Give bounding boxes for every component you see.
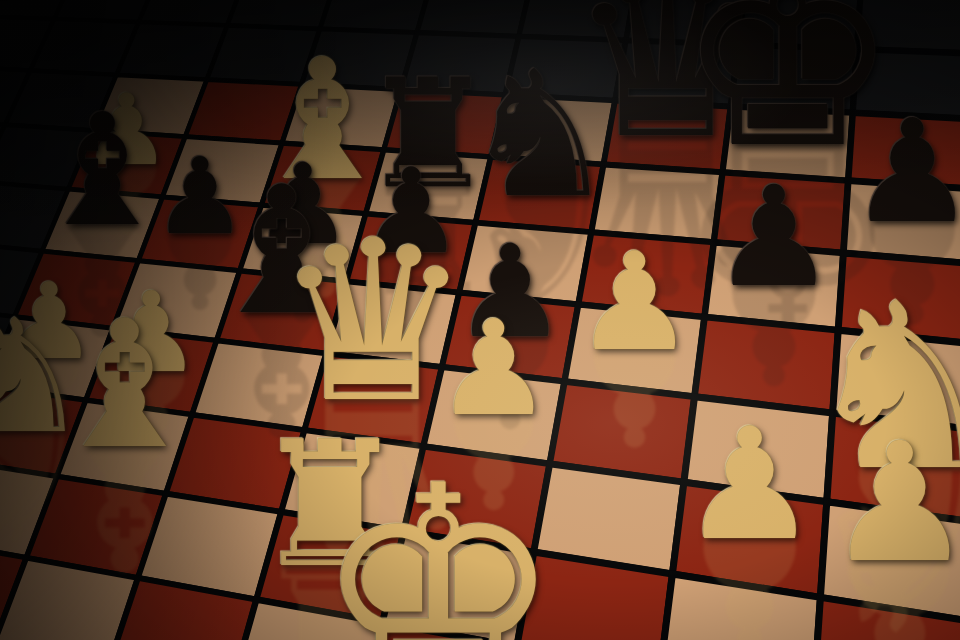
piece-white-pawn-e4[interactable]: ♟: [435, 303, 553, 435]
piece-black-bishop-a6[interactable]: ♝: [33, 94, 172, 249]
piece-white-king-e1[interactable]: ♚: [314, 450, 563, 640]
piece-white-bishop-b3[interactable]: ♝: [46, 297, 204, 473]
piece-black-pawn-h7[interactable]: ♟: [849, 102, 960, 244]
piece-white-pawn-g3[interactable]: ♟: [681, 408, 819, 562]
piece-black-knight-e7[interactable]: ♞: [462, 47, 618, 221]
piece-white-pawn-h3[interactable]: ♟: [826, 421, 960, 586]
pieces-layer: ♛♛♚♚♟♟♝♝♜♜♞♞♟♟♝♝♟♟♟♟♟♟♟♟♝♝♟♟♟♟♟♟♟♟♛♛♟♟♞♞…: [0, 0, 960, 640]
chess-3d-scene: ♛♛♚♚♟♟♝♝♜♜♞♞♟♟♝♝♟♟♟♟♟♟♟♟♝♝♟♟♟♟♟♟♟♟♛♛♟♟♞♞…: [0, 0, 960, 640]
piece-white-pawn-f5[interactable]: ♟: [574, 236, 695, 371]
